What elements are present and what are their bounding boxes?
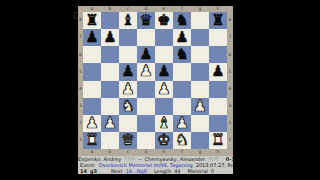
square-e5[interactable]: ♟ xyxy=(155,63,173,80)
material-label: Material xyxy=(188,168,208,174)
white-pawn-a2: ♟ xyxy=(85,115,98,130)
square-c2[interactable] xyxy=(119,115,137,132)
square-e4[interactable]: ♟ xyxy=(155,81,173,98)
file-label-a: a xyxy=(83,149,101,156)
length-value: 44 xyxy=(174,168,180,174)
square-g5[interactable] xyxy=(191,63,209,80)
square-a2[interactable]: ♟ xyxy=(83,115,101,132)
file-label-b: b xyxy=(101,149,119,156)
square-b6[interactable] xyxy=(101,46,119,63)
square-c7[interactable] xyxy=(119,29,137,46)
square-g7[interactable] xyxy=(191,29,209,46)
square-c5[interactable]: ♟ xyxy=(119,63,137,80)
move-played: g3 xyxy=(90,168,97,174)
square-h3[interactable] xyxy=(209,98,227,115)
white-queen-c1: ♛ xyxy=(121,132,134,147)
square-g4[interactable] xyxy=(191,81,209,98)
rank-label-5: 5 xyxy=(227,63,233,80)
square-a5[interactable] xyxy=(83,63,101,80)
material-value: 0 xyxy=(211,168,214,174)
white-bishop-e2: ♝ xyxy=(157,115,170,130)
black-rook-h8: ♜ xyxy=(211,13,224,28)
black-knight-f6: ♞ xyxy=(175,47,188,62)
square-e3[interactable] xyxy=(155,98,173,115)
square-d7[interactable] xyxy=(137,29,155,46)
white-pawn-e4: ♟ xyxy=(157,81,170,96)
white-pawn-f2: ♟ xyxy=(175,115,188,130)
square-a4[interactable] xyxy=(83,81,101,98)
file-label-e: e xyxy=(155,149,173,156)
square-b5[interactable] xyxy=(101,63,119,80)
black-pawn-e5: ♟ xyxy=(157,64,170,79)
square-a8[interactable]: ♜ xyxy=(83,12,101,29)
rank-label-1: 1 xyxy=(227,132,233,149)
square-b7[interactable]: ♟ xyxy=(101,29,119,46)
file-labels-bottom: abcdefgh xyxy=(83,149,227,156)
square-g3[interactable]: ♟ xyxy=(191,98,209,115)
white-pawn-g3: ♟ xyxy=(193,98,206,113)
rank-label-6: 6 xyxy=(227,46,233,63)
file-label-h: h xyxy=(209,149,227,156)
black-king-e8: ♚ xyxy=(157,13,170,28)
square-a7[interactable]: ♟ xyxy=(83,29,101,46)
square-f4[interactable] xyxy=(173,81,191,98)
black-pawn-f7: ♟ xyxy=(175,30,188,45)
rank-labels-right: 87654321 xyxy=(227,12,233,149)
file-label-g: g xyxy=(191,149,209,156)
rank-label-2: 2 xyxy=(227,115,233,132)
square-g8[interactable] xyxy=(191,12,209,29)
square-f7[interactable]: ♟ xyxy=(173,29,191,46)
white-pawn-c4: ♟ xyxy=(121,81,134,96)
square-h2[interactable] xyxy=(209,115,227,132)
chess-board: abcdefgh abcdefgh 87654321 87654321 ♜♝♛♚… xyxy=(78,6,233,156)
square-b3[interactable] xyxy=(101,98,119,115)
white-king-e1: ♚ xyxy=(157,132,170,147)
square-f8[interactable]: ♞ xyxy=(173,12,191,29)
black-pawn-h5: ♟ xyxy=(211,64,224,79)
square-h8[interactable]: ♜ xyxy=(209,12,227,29)
square-g6[interactable] xyxy=(191,46,209,63)
square-b8[interactable] xyxy=(101,12,119,29)
square-a3[interactable] xyxy=(83,98,101,115)
white-pawn-b2: ♟ xyxy=(103,115,116,130)
black-bishop-c8: ♝ xyxy=(121,13,134,28)
square-c6[interactable] xyxy=(119,46,137,63)
rank-label-4: 4 xyxy=(227,81,233,98)
square-f5[interactable] xyxy=(173,63,191,80)
square-d2[interactable] xyxy=(137,115,155,132)
black-pawn-a7: ♟ xyxy=(85,30,98,45)
square-h1[interactable]: ♜ xyxy=(209,132,227,149)
black-knight-f8: ♞ xyxy=(175,13,188,28)
square-f3[interactable] xyxy=(173,98,191,115)
square-d6[interactable]: ♟ xyxy=(137,46,155,63)
square-c8[interactable]: ♝ xyxy=(119,12,137,29)
black-queen-d8: ♛ xyxy=(139,13,152,28)
black-rook-a8: ♜ xyxy=(85,13,98,28)
white-rook-h1: ♜ xyxy=(211,132,224,147)
square-b1[interactable] xyxy=(101,132,119,149)
black-pawn-b7: ♟ xyxy=(103,30,116,45)
square-c3[interactable]: ♞ xyxy=(119,98,137,115)
square-h4[interactable] xyxy=(209,81,227,98)
square-b2[interactable]: ♟ xyxy=(101,115,119,132)
square-d1[interactable] xyxy=(137,132,155,149)
rank-label-8: 8 xyxy=(227,12,233,29)
square-f6[interactable]: ♞ xyxy=(173,46,191,63)
white-rook-a1: ♜ xyxy=(85,132,98,147)
square-d8[interactable]: ♛ xyxy=(137,12,155,29)
file-label-f: f xyxy=(173,149,191,156)
square-h7[interactable] xyxy=(209,29,227,46)
video-frame: abcdefgh abcdefgh 87654321 87654321 ♜♝♛♚… xyxy=(0,0,320,180)
square-g2[interactable] xyxy=(191,115,209,132)
black-pawn-c5: ♟ xyxy=(121,64,134,79)
length-label: Length xyxy=(154,168,171,174)
file-label-c: c xyxy=(119,149,137,156)
square-a1[interactable]: ♜ xyxy=(83,132,101,149)
square-c1[interactable]: ♛ xyxy=(119,132,137,149)
square-h5[interactable]: ♟ xyxy=(209,63,227,80)
square-e2[interactable]: ♝ xyxy=(155,115,173,132)
square-e1[interactable]: ♚ xyxy=(155,132,173,149)
square-d3[interactable] xyxy=(137,98,155,115)
white-knight-f1: ♞ xyxy=(175,132,188,147)
square-h6[interactable] xyxy=(209,46,227,63)
rank-label-7: 7 xyxy=(227,29,233,46)
game-info-panel: Esipenko, Andrey????--Chernyavsky, Alexa… xyxy=(78,156,233,174)
white-pawn-d5: ♟ xyxy=(139,64,152,79)
square-e8[interactable]: ♚ xyxy=(155,12,173,29)
next-label: Next xyxy=(111,168,123,174)
move-status-line: 14g3Next14...Ng6Length44Material0 xyxy=(78,168,233,174)
square-e6[interactable] xyxy=(155,46,173,63)
square-f1[interactable]: ♞ xyxy=(173,132,191,149)
square-c4[interactable]: ♟ xyxy=(119,81,137,98)
move-number: 14 xyxy=(80,168,87,174)
square-g1[interactable] xyxy=(191,132,209,149)
next-move-link[interactable]: 14...Ng6 xyxy=(126,168,147,174)
square-d5[interactable]: ♟ xyxy=(137,63,155,80)
square-a6[interactable] xyxy=(83,46,101,63)
square-d4[interactable] xyxy=(137,81,155,98)
white-knight-c3: ♞ xyxy=(121,98,134,113)
square-b4[interactable] xyxy=(101,81,119,98)
file-label-d: d xyxy=(137,149,155,156)
square-f2[interactable]: ♟ xyxy=(173,115,191,132)
square-e7[interactable] xyxy=(155,29,173,46)
board-grid: ♜♝♛♚♞♜♟♟♟♟♞♟♟♟♟♟♟♞♟♟♟♝♟♜♛♚♞♜ xyxy=(83,12,227,149)
black-pawn-d6: ♟ xyxy=(139,47,152,62)
rank-label-3: 3 xyxy=(227,98,233,115)
